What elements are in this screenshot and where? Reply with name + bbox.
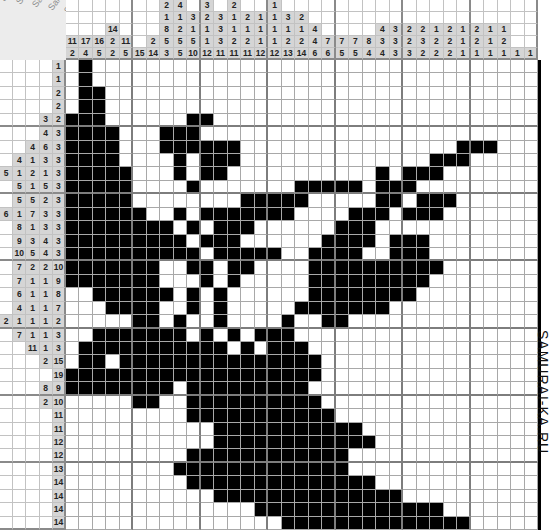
grid-cell-r4-c27[interactable] <box>417 100 430 113</box>
grid-cell-r29-c3[interactable] <box>93 436 106 449</box>
grid-cell-r28-c1[interactable] <box>66 423 79 436</box>
grid-cell-r18-c31[interactable] <box>471 288 484 301</box>
grid-cell-r3-c3[interactable] <box>93 87 106 100</box>
grid-cell-r29-c34[interactable] <box>511 436 524 449</box>
grid-cell-r14-c20[interactable] <box>322 235 335 248</box>
grid-cell-r7-c7[interactable] <box>147 141 160 154</box>
grid-cell-r12-c22[interactable] <box>349 208 362 221</box>
grid-cell-r25-c11[interactable] <box>201 382 214 395</box>
grid-cell-r24-c8[interactable] <box>160 369 173 382</box>
grid-cell-r15-c2[interactable] <box>79 248 92 261</box>
grid-cell-r26-c13[interactable] <box>228 396 241 409</box>
grid-cell-r33-c29[interactable] <box>444 490 457 503</box>
grid-cell-r35-c5[interactable] <box>120 517 133 530</box>
grid-cell-r10-c35[interactable] <box>525 181 538 194</box>
grid-cell-r14-c4[interactable] <box>106 235 119 248</box>
grid-cell-r6-c16[interactable] <box>268 127 281 140</box>
grid-cell-r34-c14[interactable] <box>241 503 254 516</box>
grid-cell-r6-c25[interactable] <box>390 127 403 140</box>
grid-cell-r12-c33[interactable] <box>498 208 511 221</box>
grid-cell-r23-c23[interactable] <box>363 355 376 368</box>
grid-cell-r27-c2[interactable] <box>79 409 92 422</box>
grid-cell-r15-c32[interactable] <box>484 248 497 261</box>
grid-cell-r24-c4[interactable] <box>106 369 119 382</box>
grid-cell-r12-c3[interactable] <box>93 208 106 221</box>
grid-cell-r14-c18[interactable] <box>295 235 308 248</box>
grid-cell-r6-c22[interactable] <box>349 127 362 140</box>
grid-cell-r35-c34[interactable] <box>511 517 524 530</box>
grid-cell-r19-c8[interactable] <box>160 302 173 315</box>
grid-cell-r23-c1[interactable] <box>66 355 79 368</box>
grid-cell-r30-c34[interactable] <box>511 449 524 462</box>
grid-cell-r7-c30[interactable] <box>457 141 470 154</box>
grid-cell-r8-c5[interactable] <box>120 154 133 167</box>
grid-cell-r9-c24[interactable] <box>376 167 390 180</box>
grid-cell-r10-c14[interactable] <box>241 181 254 194</box>
grid-cell-r23-c24[interactable] <box>376 355 390 368</box>
grid-cell-r15-c13[interactable] <box>228 248 241 261</box>
grid-cell-r33-c13[interactable] <box>228 490 241 503</box>
grid-cell-r8-c6[interactable] <box>133 154 146 167</box>
grid-cell-r15-c11[interactable] <box>201 248 214 261</box>
grid-cell-r19-c34[interactable] <box>511 302 524 315</box>
grid-cell-r34-c30[interactable] <box>457 503 470 516</box>
grid-cell-r4-c14[interactable] <box>241 100 254 113</box>
grid-cell-r28-c7[interactable] <box>147 423 160 436</box>
grid-cell-r30-c16[interactable] <box>268 449 281 462</box>
grid-cell-r3-c10[interactable] <box>187 87 200 100</box>
grid-cell-r30-c27[interactable] <box>417 449 430 462</box>
grid-cell-r24-c17[interactable] <box>282 369 295 382</box>
grid-cell-r26-c8[interactable] <box>160 396 173 409</box>
grid-cell-r20-c3[interactable] <box>93 315 106 328</box>
grid-cell-r24-c10[interactable] <box>187 369 200 382</box>
grid-cell-r5-c9[interactable] <box>174 114 187 127</box>
grid-cell-r21-c26[interactable] <box>403 329 416 342</box>
grid-cell-r18-c17[interactable] <box>282 288 295 301</box>
grid-cell-r14-c14[interactable] <box>241 235 254 248</box>
grid-cell-r7-c25[interactable] <box>390 141 403 154</box>
grid-cell-r8-c34[interactable] <box>511 154 524 167</box>
grid-cell-r19-c27[interactable] <box>417 302 430 315</box>
grid-cell-r31-c3[interactable] <box>93 463 106 476</box>
grid-cell-r14-c35[interactable] <box>525 235 538 248</box>
grid-cell-r31-c16[interactable] <box>268 463 281 476</box>
grid-cell-r4-c3[interactable] <box>93 100 106 113</box>
grid-cell-r6-c12[interactable] <box>214 127 228 140</box>
grid-cell-r21-c4[interactable] <box>106 329 119 342</box>
grid-cell-r25-c34[interactable] <box>511 382 524 395</box>
grid-cell-r20-c11[interactable] <box>201 315 214 328</box>
grid-cell-r15-c6[interactable] <box>133 248 146 261</box>
grid-cell-r11-c29[interactable] <box>444 194 457 207</box>
grid-cell-r30-c26[interactable] <box>403 449 416 462</box>
grid-cell-r25-c29[interactable] <box>444 382 457 395</box>
grid-cell-r1-c6[interactable] <box>133 60 146 73</box>
grid-cell-r22-c24[interactable] <box>376 342 390 355</box>
grid-cell-r32-c29[interactable] <box>444 476 457 489</box>
grid-cell-r18-c2[interactable] <box>79 288 92 301</box>
grid-cell-r33-c17[interactable] <box>282 490 295 503</box>
grid-cell-r13-c21[interactable] <box>336 221 349 234</box>
grid-cell-r32-c19[interactable] <box>309 476 322 489</box>
grid-cell-r18-c4[interactable] <box>106 288 119 301</box>
grid-cell-r15-c34[interactable] <box>511 248 524 261</box>
grid-cell-r29-c30[interactable] <box>457 436 470 449</box>
grid-cell-r10-c5[interactable] <box>120 181 133 194</box>
grid-cell-r35-c18[interactable] <box>295 517 308 530</box>
grid-cell-r9-c3[interactable] <box>93 167 106 180</box>
grid-cell-r30-c3[interactable] <box>93 449 106 462</box>
grid-cell-r28-c12[interactable] <box>214 423 228 436</box>
grid-cell-r2-c23[interactable] <box>363 73 376 86</box>
grid-cell-r28-c24[interactable] <box>376 423 390 436</box>
grid-cell-r3-c28[interactable] <box>430 87 443 100</box>
grid-cell-r22-c3[interactable] <box>93 342 106 355</box>
grid-cell-r4-c12[interactable] <box>214 100 228 113</box>
grid-cell-r29-c2[interactable] <box>79 436 92 449</box>
grid-cell-r9-c14[interactable] <box>241 167 254 180</box>
grid-cell-r26-c19[interactable] <box>309 396 322 409</box>
grid-cell-r34-c16[interactable] <box>268 503 281 516</box>
grid-cell-r27-c4[interactable] <box>106 409 119 422</box>
grid-cell-r33-c18[interactable] <box>295 490 308 503</box>
grid-cell-r32-c32[interactable] <box>484 476 497 489</box>
grid-cell-r10-c3[interactable] <box>93 181 106 194</box>
grid-cell-r23-c18[interactable] <box>295 355 308 368</box>
grid-cell-r16-c4[interactable] <box>106 261 119 274</box>
grid-cell-r29-c22[interactable] <box>349 436 362 449</box>
grid-cell-r12-c4[interactable] <box>106 208 119 221</box>
grid-cell-r2-c27[interactable] <box>417 73 430 86</box>
grid-cell-r21-c10[interactable] <box>187 329 200 342</box>
grid-cell-r4-c10[interactable] <box>187 100 200 113</box>
grid-cell-r9-c20[interactable] <box>322 167 335 180</box>
grid-cell-r6-c20[interactable] <box>322 127 335 140</box>
grid-cell-r24-c23[interactable] <box>363 369 376 382</box>
grid-cell-r25-c13[interactable] <box>228 382 241 395</box>
grid-cell-r6-c9[interactable] <box>174 127 187 140</box>
grid-cell-r8-c9[interactable] <box>174 154 187 167</box>
grid-cell-r22-c27[interactable] <box>417 342 430 355</box>
grid-cell-r32-c12[interactable] <box>214 476 228 489</box>
grid-cell-r34-c4[interactable] <box>106 503 119 516</box>
grid-cell-r6-c26[interactable] <box>403 127 416 140</box>
grid-cell-r23-c17[interactable] <box>282 355 295 368</box>
grid-cell-r8-c4[interactable] <box>106 154 119 167</box>
grid-cell-r35-c11[interactable] <box>201 517 214 530</box>
grid-cell-r26-c27[interactable] <box>417 396 430 409</box>
grid-cell-r26-c4[interactable] <box>106 396 119 409</box>
grid-cell-r5-c17[interactable] <box>282 114 295 127</box>
grid-cell-r16-c6[interactable] <box>133 261 146 274</box>
grid-cell-r12-c6[interactable] <box>133 208 146 221</box>
grid-cell-r22-c4[interactable] <box>106 342 119 355</box>
grid-cell-r29-c25[interactable] <box>390 436 403 449</box>
grid-cell-r30-c29[interactable] <box>444 449 457 462</box>
grid-cell-r4-c9[interactable] <box>174 100 187 113</box>
grid-cell-r13-c8[interactable] <box>160 221 173 234</box>
grid-cell-r8-c13[interactable] <box>228 154 241 167</box>
grid-cell-r16-c33[interactable] <box>498 261 511 274</box>
grid-cell-r14-c11[interactable] <box>201 235 214 248</box>
grid-cell-r25-c4[interactable] <box>106 382 119 395</box>
grid-cell-r13-c10[interactable] <box>187 221 200 234</box>
grid-cell-r7-c32[interactable] <box>484 141 497 154</box>
grid-cell-r23-c22[interactable] <box>349 355 362 368</box>
grid-cell-r14-c7[interactable] <box>147 235 160 248</box>
grid-cell-r19-c23[interactable] <box>363 302 376 315</box>
grid-cell-r3-c24[interactable] <box>376 87 390 100</box>
grid-cell-r22-c11[interactable] <box>201 342 214 355</box>
grid-cell-r21-c15[interactable] <box>255 329 268 342</box>
grid-cell-r2-c2[interactable] <box>79 73 92 86</box>
grid-cell-r30-c21[interactable] <box>336 449 349 462</box>
grid-cell-r17-c18[interactable] <box>295 275 308 288</box>
grid-cell-r10-c19[interactable] <box>309 181 322 194</box>
grid-cell-r13-c1[interactable] <box>66 221 79 234</box>
grid-cell-r34-c34[interactable] <box>511 503 524 516</box>
grid-cell-r3-c21[interactable] <box>336 87 349 100</box>
grid-cell-r28-c31[interactable] <box>471 423 484 436</box>
grid-cell-r35-c24[interactable] <box>376 517 390 530</box>
grid-cell-r25-c15[interactable] <box>255 382 268 395</box>
grid-cell-r17-c10[interactable] <box>187 275 200 288</box>
grid-cell-r32-c34[interactable] <box>511 476 524 489</box>
grid-cell-r18-c16[interactable] <box>268 288 281 301</box>
grid-cell-r18-c33[interactable] <box>498 288 511 301</box>
grid-cell-r15-c26[interactable] <box>403 248 416 261</box>
grid-cell-r9-c35[interactable] <box>525 167 538 180</box>
grid-cell-r1-c4[interactable] <box>106 60 119 73</box>
grid-cell-r24-c20[interactable] <box>322 369 335 382</box>
grid-cell-r5-c33[interactable] <box>498 114 511 127</box>
grid-cell-r20-c18[interactable] <box>295 315 308 328</box>
grid-cell-r20-c28[interactable] <box>430 315 443 328</box>
grid-cell-r4-c4[interactable] <box>106 100 119 113</box>
grid-cell-r31-c32[interactable] <box>484 463 497 476</box>
grid-cell-r27-c14[interactable] <box>241 409 254 422</box>
grid-cell-r21-c32[interactable] <box>484 329 497 342</box>
grid-cell-r6-c4[interactable] <box>106 127 119 140</box>
grid-cell-r34-c5[interactable] <box>120 503 133 516</box>
grid-cell-r33-c15[interactable] <box>255 490 268 503</box>
grid-cell-r1-c32[interactable] <box>484 60 497 73</box>
grid-cell-r30-c11[interactable] <box>201 449 214 462</box>
grid-cell-r4-c15[interactable] <box>255 100 268 113</box>
grid-cell-r11-c30[interactable] <box>457 194 470 207</box>
grid-cell-r30-c5[interactable] <box>120 449 133 462</box>
grid-cell-r31-c19[interactable] <box>309 463 322 476</box>
grid-cell-r6-c33[interactable] <box>498 127 511 140</box>
grid-cell-r27-c29[interactable] <box>444 409 457 422</box>
grid-cell-r17-c7[interactable] <box>147 275 160 288</box>
grid-cell-r27-c24[interactable] <box>376 409 390 422</box>
grid-cell-r2-c30[interactable] <box>457 73 470 86</box>
grid-cell-r22-c9[interactable] <box>174 342 187 355</box>
grid-cell-r5-c25[interactable] <box>390 114 403 127</box>
grid-cell-r12-c14[interactable] <box>241 208 254 221</box>
grid-cell-r22-c21[interactable] <box>336 342 349 355</box>
grid-cell-r1-c7[interactable] <box>147 60 160 73</box>
grid-cell-r8-c18[interactable] <box>295 154 308 167</box>
grid-cell-r26-c9[interactable] <box>174 396 187 409</box>
grid-cell-r9-c12[interactable] <box>214 167 228 180</box>
grid-cell-r35-c25[interactable] <box>390 517 403 530</box>
grid-cell-r21-c28[interactable] <box>430 329 443 342</box>
grid-cell-r29-c28[interactable] <box>430 436 443 449</box>
grid-cell-r10-c20[interactable] <box>322 181 335 194</box>
grid-cell-r15-c21[interactable] <box>336 248 349 261</box>
grid-cell-r7-c8[interactable] <box>160 141 173 154</box>
grid-cell-r15-c29[interactable] <box>444 248 457 261</box>
grid-cell-r3-c15[interactable] <box>255 87 268 100</box>
grid-cell-r11-c31[interactable] <box>471 194 484 207</box>
grid-cell-r1-c20[interactable] <box>322 60 335 73</box>
grid-cell-r9-c34[interactable] <box>511 167 524 180</box>
grid-cell-r14-c25[interactable] <box>390 235 403 248</box>
grid-cell-r5-c15[interactable] <box>255 114 268 127</box>
grid-cell-r30-c25[interactable] <box>390 449 403 462</box>
grid-cell-r17-c11[interactable] <box>201 275 214 288</box>
grid-cell-r12-c2[interactable] <box>79 208 92 221</box>
grid-cell-r32-c7[interactable] <box>147 476 160 489</box>
grid-cell-r21-c24[interactable] <box>376 329 390 342</box>
grid-cell-r17-c27[interactable] <box>417 275 430 288</box>
grid-cell-r26-c21[interactable] <box>336 396 349 409</box>
grid-cell-r11-c27[interactable] <box>417 194 430 207</box>
grid-cell-r24-c26[interactable] <box>403 369 416 382</box>
grid-cell-r28-c27[interactable] <box>417 423 430 436</box>
grid-cell-r25-c2[interactable] <box>79 382 92 395</box>
grid-cell-r1-c8[interactable] <box>160 60 173 73</box>
grid-cell-r19-c29[interactable] <box>444 302 457 315</box>
grid-cell-r34-c1[interactable] <box>66 503 79 516</box>
grid-cell-r19-c14[interactable] <box>241 302 254 315</box>
grid-cell-r16-c9[interactable] <box>174 261 187 274</box>
grid-cell-r31-c10[interactable] <box>187 463 200 476</box>
grid-cell-r34-c22[interactable] <box>349 503 362 516</box>
grid-cell-r29-c29[interactable] <box>444 436 457 449</box>
grid-cell-r3-c23[interactable] <box>363 87 376 100</box>
grid-cell-r33-c12[interactable] <box>214 490 228 503</box>
grid-cell-r32-c33[interactable] <box>498 476 511 489</box>
grid-cell-r35-c20[interactable] <box>322 517 335 530</box>
grid-cell-r13-c20[interactable] <box>322 221 335 234</box>
grid-cell-r18-c10[interactable] <box>187 288 200 301</box>
grid-cell-r27-c15[interactable] <box>255 409 268 422</box>
grid-cell-r19-c15[interactable] <box>255 302 268 315</box>
grid-cell-r19-c16[interactable] <box>268 302 281 315</box>
grid-cell-r13-c31[interactable] <box>471 221 484 234</box>
grid-cell-r31-c35[interactable] <box>525 463 538 476</box>
grid-cell-r15-c20[interactable] <box>322 248 335 261</box>
grid-cell-r31-c25[interactable] <box>390 463 403 476</box>
grid-cell-r31-c20[interactable] <box>322 463 335 476</box>
grid-cell-r16-c10[interactable] <box>187 261 200 274</box>
grid-cell-r18-c3[interactable] <box>93 288 106 301</box>
grid-cell-r29-c9[interactable] <box>174 436 187 449</box>
grid-cell-r18-c27[interactable] <box>417 288 430 301</box>
grid-cell-r14-c21[interactable] <box>336 235 349 248</box>
grid-cell-r28-c32[interactable] <box>484 423 497 436</box>
grid-cell-r17-c6[interactable] <box>133 275 146 288</box>
grid-cell-r18-c20[interactable] <box>322 288 335 301</box>
grid-cell-r5-c16[interactable] <box>268 114 281 127</box>
grid-cell-r8-c16[interactable] <box>268 154 281 167</box>
grid-cell-r16-c17[interactable] <box>282 261 295 274</box>
grid-cell-r21-c3[interactable] <box>93 329 106 342</box>
grid-cell-r2-c9[interactable] <box>174 73 187 86</box>
grid-cell-r28-c28[interactable] <box>430 423 443 436</box>
grid-cell-r20-c25[interactable] <box>390 315 403 328</box>
grid-cell-r8-c24[interactable] <box>376 154 390 167</box>
grid-cell-r27-c23[interactable] <box>363 409 376 422</box>
grid-cell-r34-c15[interactable] <box>255 503 268 516</box>
grid-cell-r12-c9[interactable] <box>174 208 187 221</box>
grid-cell-r32-c15[interactable] <box>255 476 268 489</box>
grid-cell-r33-c7[interactable] <box>147 490 160 503</box>
grid-cell-r29-c20[interactable] <box>322 436 335 449</box>
grid-cell-r7-c6[interactable] <box>133 141 146 154</box>
grid-cell-r35-c2[interactable] <box>79 517 92 530</box>
grid-cell-r20-c2[interactable] <box>79 315 92 328</box>
grid-cell-r29-c31[interactable] <box>471 436 484 449</box>
grid-cell-r26-c16[interactable] <box>268 396 281 409</box>
grid-cell-r7-c35[interactable] <box>525 141 538 154</box>
grid-cell-r17-c12[interactable] <box>214 275 228 288</box>
grid-cell-r24-c27[interactable] <box>417 369 430 382</box>
grid-cell-r13-c33[interactable] <box>498 221 511 234</box>
grid-cell-r32-c30[interactable] <box>457 476 470 489</box>
grid-cell-r21-c33[interactable] <box>498 329 511 342</box>
grid-cell-r33-c19[interactable] <box>309 490 322 503</box>
grid-cell-r16-c7[interactable] <box>147 261 160 274</box>
grid-cell-r28-c23[interactable] <box>363 423 376 436</box>
grid-cell-r13-c23[interactable] <box>363 221 376 234</box>
grid-cell-r9-c11[interactable] <box>201 167 214 180</box>
grid-cell-r14-c9[interactable] <box>174 235 187 248</box>
grid-cell-r2-c4[interactable] <box>106 73 119 86</box>
grid-cell-r20-c13[interactable] <box>228 315 241 328</box>
grid-cell-r22-c2[interactable] <box>79 342 92 355</box>
grid-cell-r32-c27[interactable] <box>417 476 430 489</box>
grid-cell-r3-c30[interactable] <box>457 87 470 100</box>
grid-cell-r35-c16[interactable] <box>268 517 281 530</box>
grid-cell-r13-c13[interactable] <box>228 221 241 234</box>
grid-cell-r23-c11[interactable] <box>201 355 214 368</box>
grid-cell-r15-c16[interactable] <box>268 248 281 261</box>
grid-cell-r13-c16[interactable] <box>268 221 281 234</box>
grid-cell-r30-c2[interactable] <box>79 449 92 462</box>
grid-cell-r30-c10[interactable] <box>187 449 200 462</box>
grid-cell-r11-c9[interactable] <box>174 194 187 207</box>
grid-cell-r12-c23[interactable] <box>363 208 376 221</box>
grid-cell-r30-c4[interactable] <box>106 449 119 462</box>
grid-cell-r24-c9[interactable] <box>174 369 187 382</box>
grid-cell-r7-c14[interactable] <box>241 141 254 154</box>
grid-cell-r20-c32[interactable] <box>484 315 497 328</box>
grid-cell-r12-c27[interactable] <box>417 208 430 221</box>
grid-cell-r16-c12[interactable] <box>214 261 228 274</box>
grid-cell-r17-c13[interactable] <box>228 275 241 288</box>
grid-cell-r19-c22[interactable] <box>349 302 362 315</box>
grid-cell-r5-c30[interactable] <box>457 114 470 127</box>
grid-cell-r28-c20[interactable] <box>322 423 335 436</box>
grid-cell-r33-c16[interactable] <box>268 490 281 503</box>
grid-cell-r1-c30[interactable] <box>457 60 470 73</box>
grid-cell-r1-c12[interactable] <box>214 60 228 73</box>
